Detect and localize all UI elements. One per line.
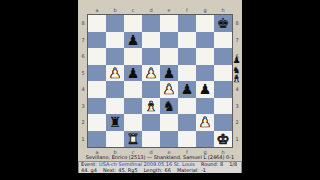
letterbox-bottom <box>0 173 320 180</box>
players-line: Sevillano, Enrico (2513) — Shankland, Sa… <box>78 155 242 160</box>
file-label-c: c <box>124 7 142 14</box>
square-a8[interactable] <box>88 15 106 32</box>
square-e5[interactable]: ♟ <box>160 65 178 82</box>
square-d6[interactable] <box>142 48 160 65</box>
square-b4[interactable] <box>106 81 124 98</box>
rank-label-3: 3 <box>232 98 242 115</box>
rank-label-8: 8 <box>78 15 88 32</box>
square-f3[interactable] <box>178 98 196 115</box>
square-d8[interactable] <box>142 15 160 32</box>
square-h2[interactable] <box>214 114 232 131</box>
black-pawn-piece: ♟ <box>127 66 140 80</box>
square-a5[interactable] <box>88 65 106 82</box>
square-d4[interactable] <box>142 81 160 98</box>
square-e7[interactable] <box>160 32 178 49</box>
square-d2[interactable] <box>142 114 160 131</box>
square-b2[interactable]: ♜ <box>106 114 124 131</box>
square-b7[interactable] <box>106 32 124 49</box>
square-h8[interactable]: ♚ <box>214 15 232 32</box>
chess-panel: abcdefgh 87654321 ♚♟♟♟♟♟♟♟♟♝♞♜♟♜♚ 876543… <box>78 0 242 173</box>
square-c7[interactable]: ♟ <box>124 32 142 49</box>
pillarbox-right <box>242 0 320 180</box>
tray-white-bishop-icon: ♝ <box>232 75 240 85</box>
pillarbox-left <box>0 0 78 180</box>
square-b5[interactable]: ♟ <box>106 65 124 82</box>
file-label-a: a <box>88 7 106 14</box>
square-a2[interactable] <box>88 114 106 131</box>
square-c8[interactable] <box>124 15 142 32</box>
square-b3[interactable] <box>106 98 124 115</box>
square-c1[interactable]: ♜ <box>124 131 142 148</box>
square-b6[interactable] <box>106 48 124 65</box>
square-f6[interactable] <box>178 48 196 65</box>
rank-label-4: 4 <box>78 81 88 98</box>
rank-label-2: 2 <box>232 114 242 131</box>
captured-material-tray: ♟♞♝ <box>231 56 242 85</box>
square-g3[interactable] <box>196 98 214 115</box>
square-f8[interactable] <box>178 15 196 32</box>
square-a1[interactable] <box>88 131 106 148</box>
game-caption: Sevillano, Enrico (2513) — Shankland, Sa… <box>78 155 242 174</box>
square-h5[interactable] <box>214 65 232 82</box>
white-pawn-piece: ♟ <box>145 66 158 80</box>
square-d3[interactable]: ♝ <box>142 98 160 115</box>
white-pawn-piece: ♟ <box>163 82 176 96</box>
square-g1[interactable] <box>196 131 214 148</box>
square-e1[interactable] <box>160 131 178 148</box>
square-e3[interactable]: ♞ <box>160 98 178 115</box>
file-label-h: h <box>214 7 232 14</box>
square-g6[interactable] <box>196 48 214 65</box>
black-rook-piece: ♜ <box>109 115 122 129</box>
rank-label-7: 7 <box>78 32 88 49</box>
square-d7[interactable] <box>142 32 160 49</box>
square-e2[interactable] <box>160 114 178 131</box>
square-f7[interactable] <box>178 32 196 49</box>
black-pawn-piece: ♟ <box>181 82 194 96</box>
square-g2[interactable]: ♟ <box>196 114 214 131</box>
square-h4[interactable] <box>214 81 232 98</box>
white-king-piece: ♚ <box>217 132 230 146</box>
black-pawn-piece: ♟ <box>163 66 176 80</box>
white-bishop-piece: ♝ <box>145 99 158 113</box>
file-labels-top: abcdefgh <box>88 7 232 14</box>
square-h3[interactable] <box>214 98 232 115</box>
square-a6[interactable] <box>88 48 106 65</box>
rank-label-7: 7 <box>232 32 242 49</box>
square-f1[interactable] <box>178 131 196 148</box>
square-h6[interactable] <box>214 48 232 65</box>
black-pawn-piece: ♟ <box>199 82 212 96</box>
black-king-piece: ♚ <box>217 16 230 30</box>
square-g8[interactable] <box>196 15 214 32</box>
square-h7[interactable] <box>214 32 232 49</box>
screenshot-stage: abcdefgh 87654321 ♚♟♟♟♟♟♟♟♟♝♞♜♟♜♚ 876543… <box>0 0 320 180</box>
square-g7[interactable] <box>196 32 214 49</box>
rank-label-8: 8 <box>232 15 242 32</box>
rank-label-6: 6 <box>78 48 88 65</box>
square-f5[interactable] <box>178 65 196 82</box>
square-a7[interactable] <box>88 32 106 49</box>
square-c6[interactable] <box>124 48 142 65</box>
white-pawn-piece: ♟ <box>199 115 212 129</box>
square-b1[interactable] <box>106 131 124 148</box>
square-d1[interactable] <box>142 131 160 148</box>
file-label-d: d <box>142 7 160 14</box>
square-g5[interactable] <box>196 65 214 82</box>
square-d5[interactable]: ♟ <box>142 65 160 82</box>
square-c5[interactable]: ♟ <box>124 65 142 82</box>
black-knight-piece: ♞ <box>163 99 176 113</box>
square-e4[interactable]: ♟ <box>160 81 178 98</box>
white-rook-piece: ♜ <box>127 132 140 146</box>
square-f4[interactable]: ♟ <box>178 81 196 98</box>
file-label-b: b <box>106 7 124 14</box>
file-label-g: g <box>196 7 214 14</box>
score-value: 1/8 <box>229 162 237 168</box>
rank-label-5: 5 <box>78 65 88 82</box>
rank-label-1: 1 <box>232 131 242 148</box>
square-h1[interactable]: ♚ <box>214 131 232 148</box>
square-g4[interactable]: ♟ <box>196 81 214 98</box>
square-f2[interactable] <box>178 114 196 131</box>
rank-label-2: 2 <box>78 114 88 131</box>
square-b8[interactable] <box>106 15 124 32</box>
square-c4[interactable] <box>124 81 142 98</box>
square-a4[interactable] <box>88 81 106 98</box>
rank-label-3: 3 <box>78 98 88 115</box>
square-c2[interactable] <box>124 114 142 131</box>
square-e8[interactable] <box>160 15 178 32</box>
square-c3[interactable] <box>124 98 142 115</box>
black-pawn-piece: ♟ <box>127 33 140 47</box>
rank-label-1: 1 <box>78 131 88 148</box>
rank-labels-left: 87654321 <box>78 15 88 147</box>
chess-board[interactable]: ♚♟♟♟♟♟♟♟♟♝♞♜♟♜♚ <box>88 15 232 147</box>
square-e6[interactable] <box>160 48 178 65</box>
file-label-e: e <box>160 7 178 14</box>
square-a3[interactable] <box>88 98 106 115</box>
file-label-f: f <box>178 7 196 14</box>
white-pawn-piece: ♟ <box>109 66 122 80</box>
